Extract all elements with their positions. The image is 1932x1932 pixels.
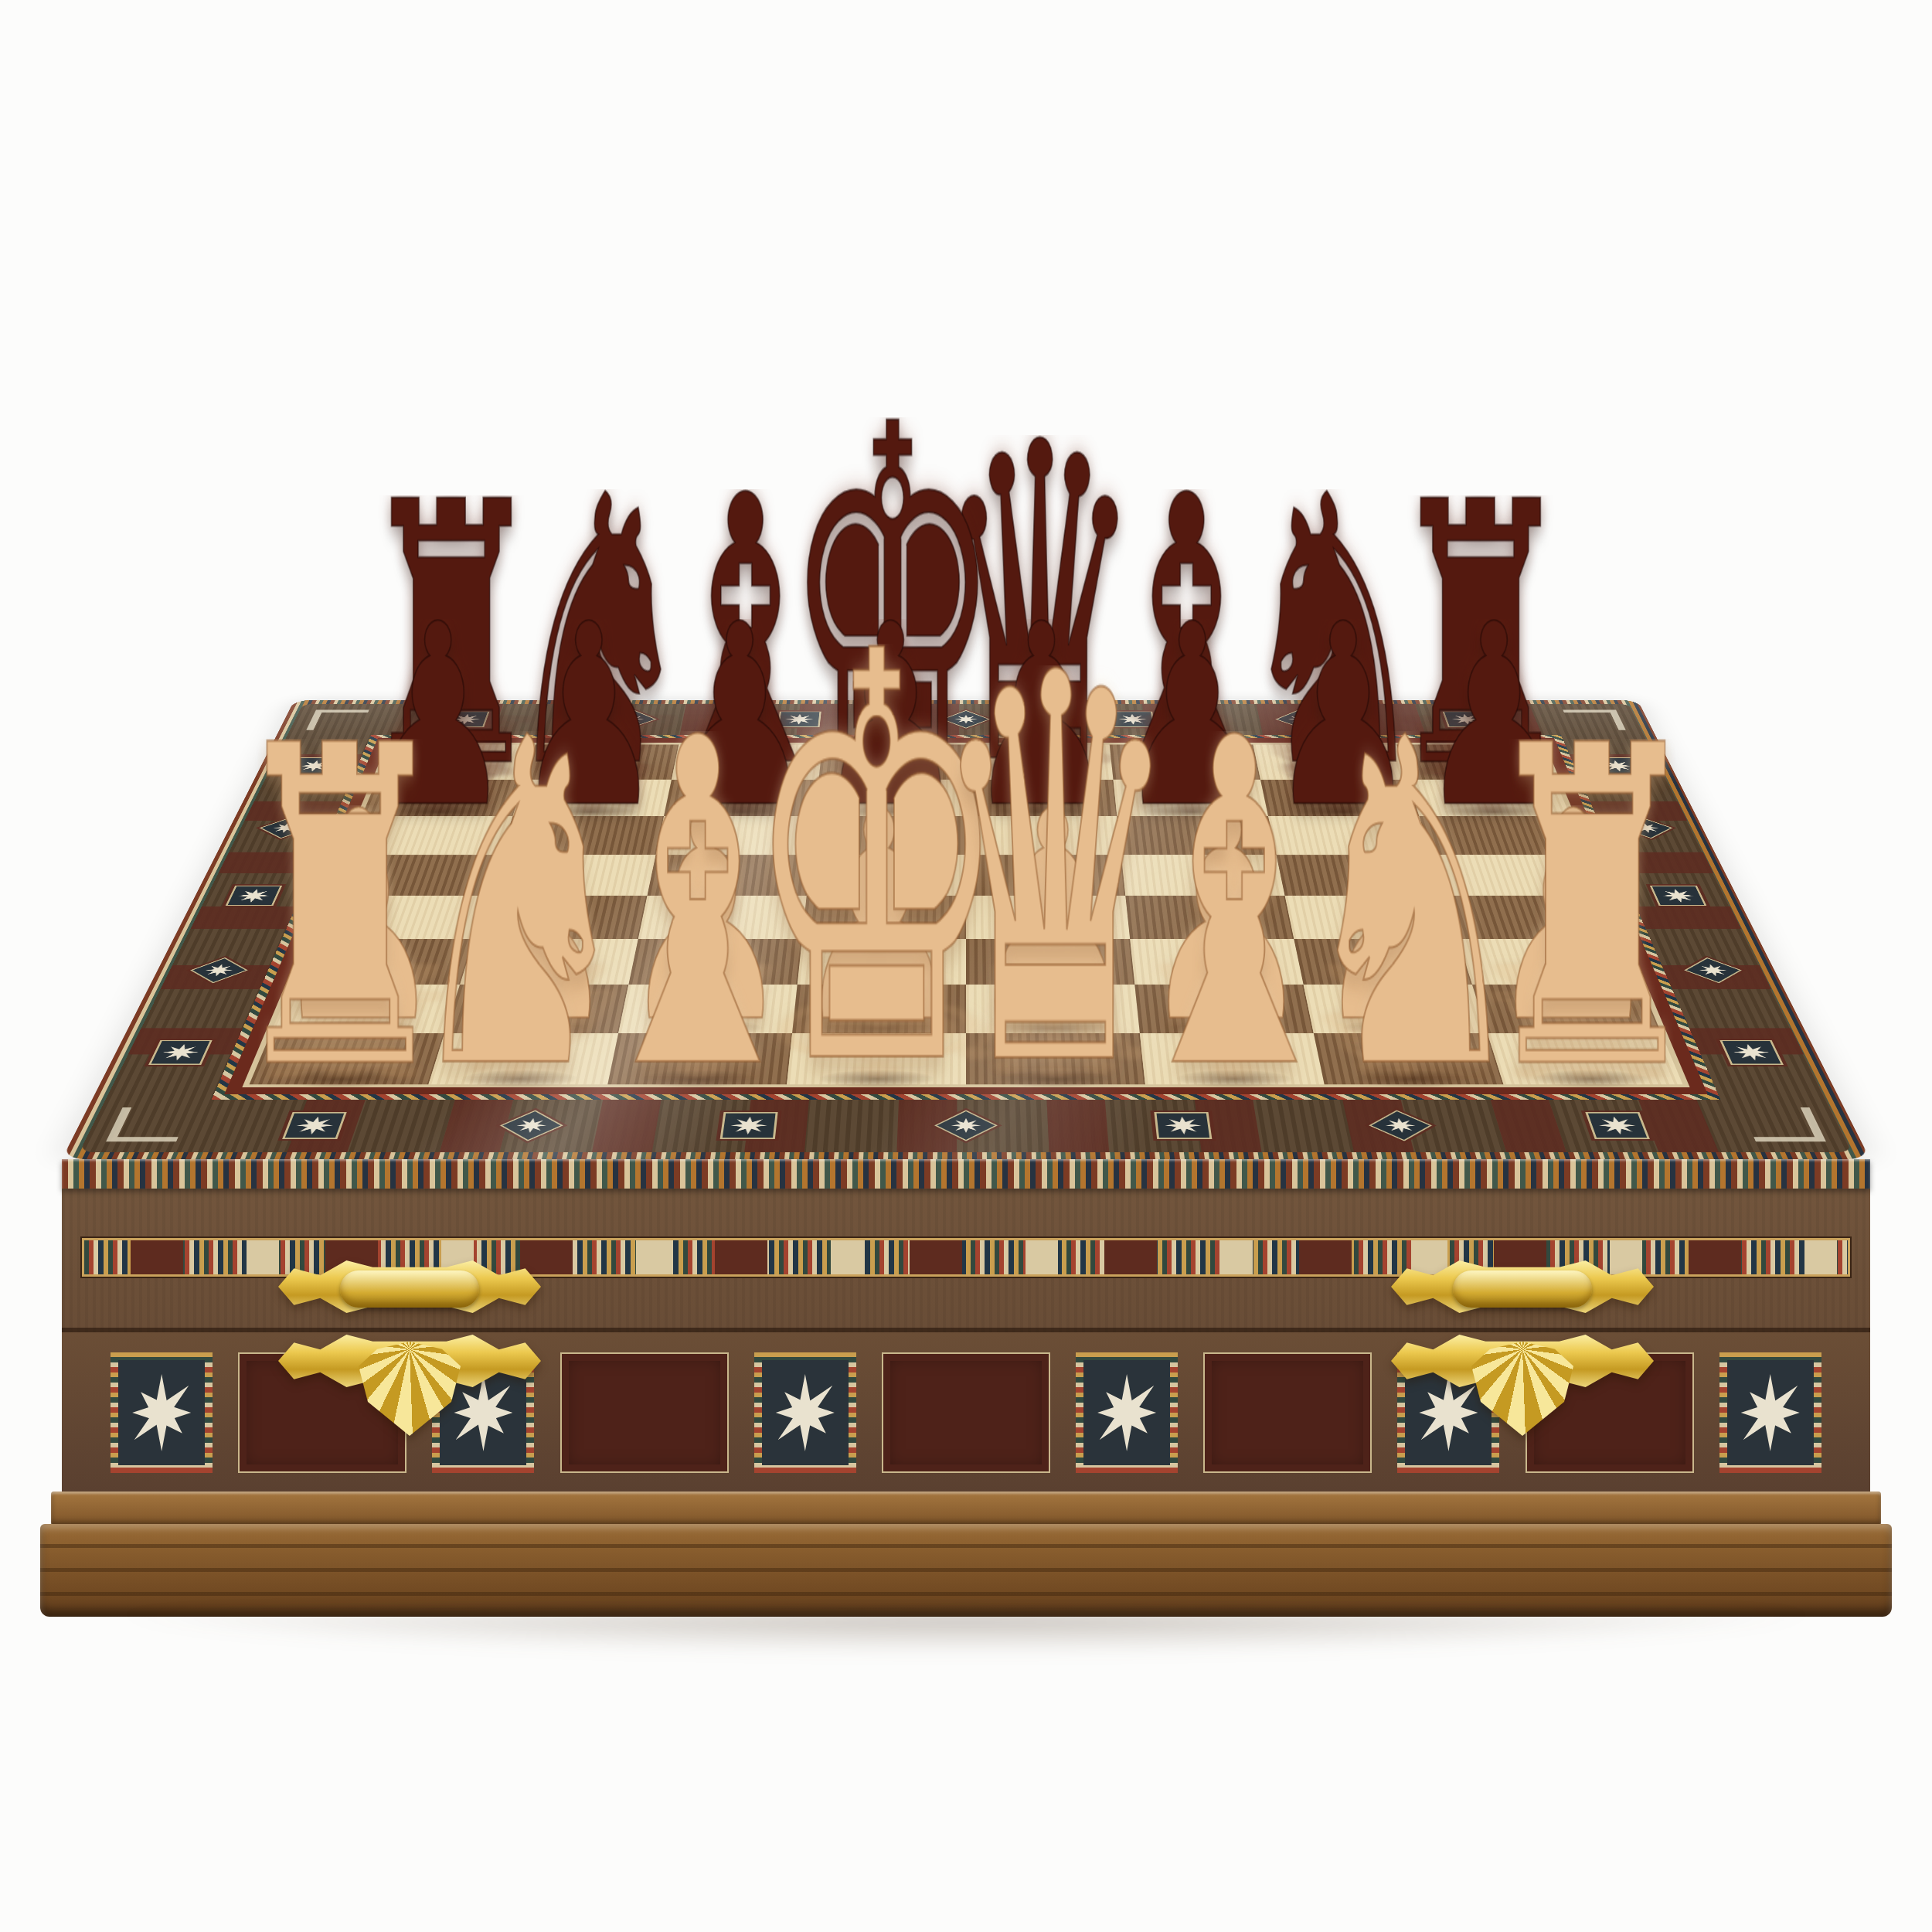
square-f1: ♝♝ [1140, 1033, 1325, 1085]
square-d2: ♟♟ [792, 985, 966, 1033]
diamond-star-medallion [1620, 818, 1672, 839]
square-b7: ♟♟ [513, 780, 672, 817]
piece-dark-knight: ♞ [1236, 489, 1430, 777]
star-inlay-panel [1719, 1352, 1821, 1473]
diamond-star-medallion [1369, 1110, 1432, 1141]
square-g7: ♟♟ [1260, 780, 1419, 817]
square-star-medallion [442, 712, 490, 727]
square-e8: ♛♛ [966, 744, 1114, 779]
square-g4 [1285, 896, 1458, 939]
square-g6 [1268, 816, 1431, 855]
square-star-medallion [226, 886, 283, 906]
square-g8: ♞♞ [1253, 744, 1408, 779]
square-h2: ♟♟ [1472, 985, 1662, 1033]
square-f6 [1117, 816, 1276, 855]
square-a2: ♟♟ [270, 985, 460, 1033]
diamond-star-medallion [1275, 710, 1324, 729]
square-e6 [966, 816, 1121, 855]
greek-key-corner [1740, 1107, 1826, 1141]
base-molding-step [51, 1492, 1881, 1526]
square-star-medallion [1585, 1112, 1650, 1139]
piece-dark-knight: ♞ [501, 489, 696, 777]
square-g1: ♞♞ [1314, 1033, 1504, 1085]
star-inlay-panel [111, 1352, 213, 1473]
square-c7: ♟♟ [664, 780, 818, 817]
mosaic-strip-front [195, 1100, 1737, 1152]
square-c3 [628, 939, 802, 985]
square-e2: ♟♟ [966, 985, 1140, 1033]
square-star-medallion [1592, 757, 1643, 774]
brass-clasp-left [278, 1258, 541, 1451]
diamond-star-medallion [608, 710, 657, 729]
star-inlay-panel [1076, 1352, 1178, 1473]
square-star-medallion [1111, 712, 1155, 727]
diamond-star-medallion [500, 1110, 563, 1141]
square-b2: ♟♟ [444, 985, 628, 1033]
square-a5 [328, 855, 501, 896]
mosaic-border-band: ♜♜♞♞♝♝♚♚♛♛♝♝♞♞♜♜♟♟♟♟♟♟♟♟♟♟♟♟♟♟♟♟♟♟♟♟♟♟♟♟… [79, 704, 1852, 1152]
diamond-star-medallion [934, 1110, 998, 1141]
square-c4 [638, 896, 807, 939]
square-c6 [656, 816, 815, 855]
square-d6 [811, 816, 966, 855]
square-d1: ♚♚ [787, 1033, 966, 1085]
square-star-medallion [148, 1040, 213, 1065]
diamond-star-medallion [190, 957, 248, 983]
mosaic-strip-rear [376, 704, 1556, 735]
piece-shadow [638, 1070, 759, 1088]
board-field: ♜♜♞♞♝♝♚♚♛♛♝♝♞♞♜♜♟♟♟♟♟♟♟♟♟♟♟♟♟♟♟♟♟♟♟♟♟♟♟♟… [242, 743, 1689, 1087]
square-star-medallion [289, 757, 340, 774]
square-h6 [1419, 816, 1586, 855]
square-h5 [1431, 855, 1604, 896]
board-top: ♜♜♞♞♝♝♚♚♛♛♝♝♞♞♜♜♟♟♟♟♟♟♟♟♟♟♟♟♟♟♟♟♟♟♟♟♟♟♟♟… [62, 700, 1870, 1159]
square-f5 [1121, 855, 1285, 896]
square-g2: ♟♟ [1304, 985, 1488, 1033]
square-star-medallion [1719, 1040, 1784, 1065]
square-star-medallion [1650, 886, 1707, 906]
square-a6 [345, 816, 512, 855]
square-d8: ♚♚ [818, 744, 966, 779]
piece-shadow [1174, 1070, 1295, 1088]
square-b4 [474, 896, 648, 939]
square-d5 [807, 855, 966, 896]
square-e1: ♛♛ [966, 1033, 1145, 1085]
star-inlay-panel [754, 1352, 856, 1473]
piece-shadow [457, 1070, 580, 1088]
piece-shadow [278, 1070, 403, 1088]
piece-dark-bishop: ♝ [648, 489, 842, 777]
chess-board: ♜♜♞♞♝♝♚♚♛♛♝♝♞♞♜♜♟♟♟♟♟♟♟♟♟♟♟♟♟♟♟♟♟♟♟♟♟♟♟♟… [250, 744, 1683, 1084]
chess-set-photo: ♜♜♞♞♝♝♚♚♛♛♝♝♞♞♜♜♟♟♟♟♟♟♟♟♟♟♟♟♟♟♟♟♟♟♟♟♟♟♟♟… [0, 0, 1932, 1932]
square-h8: ♜♜ [1396, 744, 1555, 779]
square-a4 [311, 896, 488, 939]
square-b8: ♞♞ [524, 744, 679, 779]
square-star-medallion [719, 1112, 777, 1139]
square-h3 [1458, 939, 1641, 985]
piece-dark-bishop: ♝ [1089, 489, 1284, 777]
square-star-medallion [1442, 712, 1490, 727]
maroon-frame: ♜♜♞♞♝♝♚♚♛♛♝♝♞♞♜♜♟♟♟♟♟♟♟♟♟♟♟♟♟♟♟♟♟♟♟♟♟♟♟♟… [212, 735, 1720, 1100]
maroon-inlay-panel [560, 1352, 729, 1473]
greek-key-corner [306, 710, 369, 730]
box-front [62, 1159, 1870, 1493]
square-c1: ♝♝ [607, 1033, 792, 1085]
square-a1: ♜♜ [250, 1033, 445, 1085]
square-d4 [802, 896, 966, 939]
square-c2: ♟♟ [618, 985, 797, 1033]
piece-reflection: ♜ [1448, 987, 1707, 1078]
square-b6 [501, 816, 664, 855]
piece-shadow [817, 1070, 936, 1088]
piece-dark-rook: ♜ [1386, 495, 1577, 777]
square-c5 [647, 855, 811, 896]
diamond-star-medallion [260, 818, 312, 839]
square-f7: ♟♟ [1114, 780, 1268, 817]
square-g5 [1276, 855, 1444, 896]
piece-dark-rook: ♜ [356, 495, 547, 777]
square-d3 [798, 939, 966, 985]
square-b5 [488, 855, 655, 896]
square-star-medallion [1155, 1112, 1213, 1139]
square-g3 [1294, 939, 1472, 985]
striped-rim [62, 1159, 1870, 1189]
brass-clasp-right [1391, 1258, 1654, 1451]
square-a8: ♜♜ [377, 744, 536, 779]
base-molding [40, 1524, 1892, 1617]
square-f3 [1130, 939, 1304, 985]
square-b1: ♞♞ [428, 1033, 618, 1085]
square-h4 [1444, 896, 1622, 939]
greek-key-corner [1563, 710, 1626, 730]
square-d7: ♟♟ [815, 780, 966, 817]
clasp-hinge [340, 1270, 479, 1308]
square-a7: ♟♟ [362, 780, 524, 817]
square-h7: ♟♟ [1408, 780, 1570, 817]
floor-shadow [100, 1612, 1832, 1655]
square-e4 [966, 896, 1130, 939]
square-b3 [460, 939, 638, 985]
diamond-star-medallion [942, 710, 991, 729]
square-e7: ♟♟ [966, 780, 1117, 817]
square-h1: ♜♜ [1488, 1033, 1683, 1085]
maroon-inlay-panel [882, 1352, 1050, 1473]
square-f8: ♝♝ [1110, 744, 1260, 779]
square-e3 [966, 939, 1134, 985]
greek-key-corner [106, 1107, 192, 1141]
square-c8: ♝♝ [672, 744, 822, 779]
square-star-medallion [777, 712, 821, 727]
square-f4 [1125, 896, 1294, 939]
maroon-inlay-panel [1203, 1352, 1372, 1473]
clasp-hinge [1453, 1270, 1592, 1308]
piece-shadow [1352, 1070, 1475, 1088]
square-f2: ♟♟ [1134, 985, 1313, 1033]
square-star-medallion [282, 1112, 347, 1139]
diamond-star-medallion [1684, 957, 1742, 983]
square-a3 [291, 939, 474, 985]
square-e5 [966, 855, 1125, 896]
piece-shadow [996, 1070, 1115, 1088]
piece-shadow [1529, 1070, 1654, 1088]
